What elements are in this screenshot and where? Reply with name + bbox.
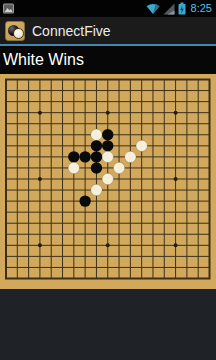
stone-white <box>113 162 124 173</box>
stone-white <box>68 162 79 173</box>
star-point <box>174 177 178 181</box>
star-point <box>38 243 42 247</box>
game-board[interactable] <box>0 74 216 289</box>
app-icon-white-stone <box>13 28 24 39</box>
star-point <box>106 243 110 247</box>
app-icon <box>5 21 25 41</box>
board-svg <box>0 74 216 289</box>
screenshot-notification-icon <box>2 2 15 15</box>
app-title: ConnectFive <box>32 23 111 39</box>
game-result-text: White Wins <box>0 51 84 69</box>
clock: 8:25 <box>189 0 214 17</box>
stone-white <box>91 184 102 195</box>
stone-black <box>91 140 102 151</box>
battery-charging-icon <box>178 2 186 15</box>
stone-black <box>102 129 113 140</box>
star-point <box>174 243 178 247</box>
stone-white <box>125 151 136 162</box>
stone-white <box>102 173 113 184</box>
stone-white <box>91 129 102 140</box>
signal-strength-icon <box>163 3 175 15</box>
stone-white <box>102 151 113 162</box>
stone-black <box>79 195 90 206</box>
stone-white <box>136 140 147 151</box>
bottom-background <box>0 289 216 360</box>
stone-black <box>102 140 113 151</box>
stone-black <box>91 162 102 173</box>
wifi-icon <box>146 3 160 15</box>
game-status-strip: White Wins <box>0 46 216 74</box>
stone-black <box>68 151 79 162</box>
star-point <box>106 111 110 115</box>
star-point <box>38 111 42 115</box>
stone-black <box>79 151 90 162</box>
star-point <box>174 111 178 115</box>
status-bar: 8:25 <box>0 0 216 17</box>
star-point <box>38 177 42 181</box>
app-screen: 8:25 ConnectFive White Wins <box>0 0 216 360</box>
action-bar: ConnectFive <box>0 17 216 46</box>
stone-black <box>91 151 102 162</box>
